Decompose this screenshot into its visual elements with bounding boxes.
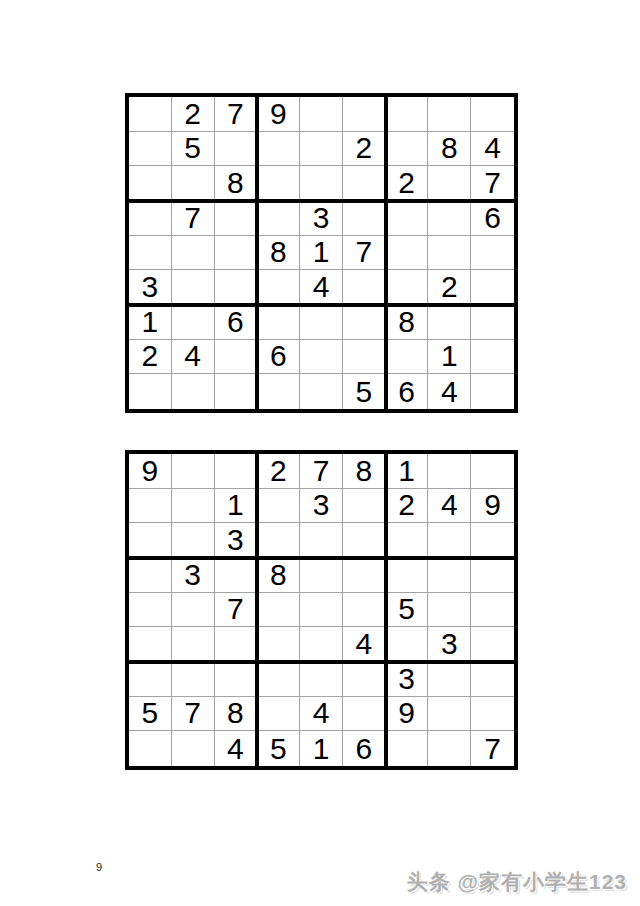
sudoku-cell: [215, 340, 258, 375]
sudoku-cell: [300, 627, 343, 662]
sudoku-cell: [215, 558, 258, 593]
sudoku-cell: [343, 558, 386, 593]
sudoku-cell: [257, 166, 300, 201]
sudoku-cell: [257, 523, 300, 558]
sudoku-cell: [471, 374, 514, 409]
sudoku-cell: [386, 627, 429, 662]
sudoku-cell: [343, 305, 386, 340]
sudoku-cell: [129, 731, 172, 766]
sudoku-cell: 6: [215, 305, 258, 340]
sudoku-cell: [471, 236, 514, 271]
sudoku-cell: [257, 374, 300, 409]
sudoku-cell: 7: [471, 166, 514, 201]
sudoku-cell: 5: [386, 593, 429, 628]
sudoku-cell: 6: [386, 374, 429, 409]
sudoku-cell: [129, 558, 172, 593]
sudoku-cell: [215, 236, 258, 271]
sudoku-cell: 2: [386, 166, 429, 201]
sudoku-cell: [215, 270, 258, 305]
sudoku-cell: 4: [172, 340, 215, 375]
sudoku-cell: [428, 523, 471, 558]
sudoku-cell: [428, 697, 471, 732]
sudoku-cell: 1: [215, 489, 258, 524]
sudoku-cell: [471, 558, 514, 593]
sudoku-board-2: 9278113249338754335784945167: [125, 450, 518, 770]
sudoku-cell: 3: [129, 270, 172, 305]
sudoku-cell: [129, 662, 172, 697]
sudoku-cell: [471, 627, 514, 662]
sudoku-cell: [428, 236, 471, 271]
sudoku-cell: 8: [343, 454, 386, 489]
sudoku-cell: [257, 697, 300, 732]
sudoku-grid-1: 27952848277368173421682461564: [129, 97, 514, 409]
sudoku-cell: [343, 340, 386, 375]
sudoku-cell: 8: [257, 236, 300, 271]
sudoku-cell: [257, 489, 300, 524]
sudoku-cell: 4: [300, 697, 343, 732]
sudoku-cell: [257, 132, 300, 167]
box-divider-vertical: [384, 97, 388, 409]
sudoku-cell: [257, 627, 300, 662]
sudoku-cell: [471, 305, 514, 340]
sudoku-cell: [300, 374, 343, 409]
sudoku-cell: 3: [386, 662, 429, 697]
sudoku-cell: 6: [257, 340, 300, 375]
sudoku-cell: [428, 662, 471, 697]
sudoku-cell: 3: [428, 627, 471, 662]
watermark-text: 头条 @家有小学生123: [407, 868, 627, 896]
sudoku-cell: 4: [428, 489, 471, 524]
sudoku-cell: [471, 593, 514, 628]
sudoku-cell: 8: [386, 305, 429, 340]
sudoku-cell: 2: [343, 132, 386, 167]
sudoku-cell: 8: [215, 697, 258, 732]
sudoku-cell: [343, 662, 386, 697]
sudoku-cell: [215, 662, 258, 697]
sudoku-cell: [386, 132, 429, 167]
sudoku-cell: [343, 201, 386, 236]
sudoku-cell: [386, 97, 429, 132]
sudoku-cell: [172, 270, 215, 305]
sudoku-cell: 4: [215, 731, 258, 766]
sudoku-cell: 7: [215, 97, 258, 132]
sudoku-cell: [471, 270, 514, 305]
sudoku-cell: [300, 558, 343, 593]
sudoku-board-1: 27952848277368173421682461564: [125, 93, 518, 413]
box-divider-vertical: [255, 454, 259, 766]
sudoku-cell: [172, 593, 215, 628]
sudoku-cell: 2: [172, 97, 215, 132]
sudoku-cell: [129, 627, 172, 662]
box-divider-horizontal: [129, 660, 514, 664]
sudoku-cell: 6: [471, 201, 514, 236]
sudoku-cell: [386, 523, 429, 558]
sudoku-cell: 1: [129, 305, 172, 340]
sudoku-cell: [300, 305, 343, 340]
sudoku-cell: 1: [428, 340, 471, 375]
box-divider-horizontal: [129, 556, 514, 560]
sudoku-cell: 7: [300, 454, 343, 489]
sudoku-cell: 1: [386, 454, 429, 489]
sudoku-cell: [129, 489, 172, 524]
sudoku-cell: [300, 166, 343, 201]
sudoku-cell: 7: [215, 593, 258, 628]
sudoku-cell: [215, 454, 258, 489]
sudoku-cell: [428, 166, 471, 201]
sudoku-cell: [215, 132, 258, 167]
box-divider-horizontal: [129, 303, 514, 307]
sudoku-cell: 9: [471, 489, 514, 524]
sudoku-cell: [172, 236, 215, 271]
sudoku-cell: 2: [257, 454, 300, 489]
sudoku-cell: [129, 236, 172, 271]
sudoku-cell: [343, 270, 386, 305]
sudoku-cell: [172, 166, 215, 201]
sudoku-cell: [172, 731, 215, 766]
sudoku-cell: [129, 374, 172, 409]
sudoku-cell: 1: [300, 236, 343, 271]
sudoku-cell: [172, 305, 215, 340]
sudoku-cell: 2: [129, 340, 172, 375]
sudoku-cell: 7: [343, 236, 386, 271]
sudoku-cell: [471, 523, 514, 558]
sudoku-cell: [343, 489, 386, 524]
sudoku-cell: 8: [428, 132, 471, 167]
sudoku-cell: [300, 340, 343, 375]
sudoku-cell: 5: [129, 697, 172, 732]
sudoku-cell: 7: [172, 201, 215, 236]
sudoku-cell: [471, 697, 514, 732]
sudoku-cell: 3: [172, 558, 215, 593]
sudoku-cell: [172, 523, 215, 558]
sudoku-cell: 9: [257, 97, 300, 132]
sudoku-cell: [386, 558, 429, 593]
sudoku-cell: 4: [471, 132, 514, 167]
sudoku-cell: [386, 731, 429, 766]
sudoku-cell: [471, 97, 514, 132]
page-number: 9: [96, 861, 102, 873]
sudoku-cell: [386, 236, 429, 271]
sudoku-cell: [428, 305, 471, 340]
sudoku-cell: 6: [343, 731, 386, 766]
sudoku-cell: [257, 593, 300, 628]
sudoku-cell: [172, 662, 215, 697]
sudoku-cell: [257, 270, 300, 305]
sudoku-cell: [471, 340, 514, 375]
sudoku-grid-2: 9278113249338754335784945167: [129, 454, 514, 766]
sudoku-cell: [386, 270, 429, 305]
sudoku-cell: [129, 523, 172, 558]
sudoku-cell: [428, 558, 471, 593]
sudoku-cell: 5: [343, 374, 386, 409]
sudoku-cell: [300, 593, 343, 628]
sudoku-cell: 1: [300, 731, 343, 766]
sudoku-cell: 4: [428, 374, 471, 409]
sudoku-cell: 4: [300, 270, 343, 305]
sudoku-cell: [129, 97, 172, 132]
sudoku-cell: [343, 593, 386, 628]
sudoku-cell: [471, 662, 514, 697]
sudoku-cell: [172, 489, 215, 524]
sudoku-cell: 3: [300, 201, 343, 236]
sudoku-cell: 8: [215, 166, 258, 201]
sudoku-cell: 3: [300, 489, 343, 524]
sudoku-cell: [215, 201, 258, 236]
sudoku-cell: 7: [471, 731, 514, 766]
sudoku-cell: [172, 627, 215, 662]
sudoku-cell: 5: [257, 731, 300, 766]
box-divider-horizontal: [129, 199, 514, 203]
sudoku-cell: [386, 340, 429, 375]
sudoku-cell: 7: [172, 697, 215, 732]
sudoku-cell: [343, 97, 386, 132]
sudoku-cell: [129, 132, 172, 167]
sudoku-cell: [129, 166, 172, 201]
sudoku-cell: 8: [257, 558, 300, 593]
sudoku-cell: [386, 201, 429, 236]
sudoku-cell: [428, 201, 471, 236]
sudoku-cell: [172, 374, 215, 409]
sudoku-cell: [257, 201, 300, 236]
sudoku-cell: [428, 731, 471, 766]
sudoku-cell: [428, 593, 471, 628]
sudoku-cell: [300, 97, 343, 132]
sudoku-cell: [257, 662, 300, 697]
sudoku-cell: [215, 374, 258, 409]
sudoku-cell: 3: [215, 523, 258, 558]
worksheet-page: 27952848277368173421682461564 9278113249…: [0, 0, 640, 906]
sudoku-cell: 5: [172, 132, 215, 167]
sudoku-cell: [300, 662, 343, 697]
sudoku-cell: 9: [129, 454, 172, 489]
sudoku-cell: [215, 627, 258, 662]
sudoku-cell: 2: [386, 489, 429, 524]
sudoku-cell: [172, 454, 215, 489]
sudoku-cell: 9: [386, 697, 429, 732]
sudoku-cell: [257, 305, 300, 340]
sudoku-cell: [129, 593, 172, 628]
sudoku-cell: 4: [343, 627, 386, 662]
sudoku-cell: [300, 132, 343, 167]
sudoku-cell: [300, 523, 343, 558]
sudoku-cell: 2: [428, 270, 471, 305]
sudoku-cell: [428, 454, 471, 489]
sudoku-cell: [343, 166, 386, 201]
sudoku-cell: [343, 523, 386, 558]
box-divider-vertical: [384, 454, 388, 766]
sudoku-cell: [428, 97, 471, 132]
sudoku-cell: [129, 201, 172, 236]
sudoku-cell: [343, 697, 386, 732]
box-divider-vertical: [255, 97, 259, 409]
sudoku-cell: [471, 454, 514, 489]
